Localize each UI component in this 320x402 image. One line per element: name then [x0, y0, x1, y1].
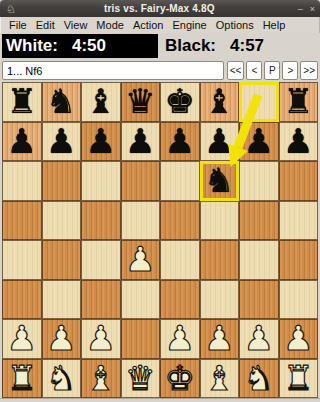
square-g1[interactable]: ♞ — [239, 359, 279, 399]
black-king: ♚ — [165, 82, 195, 121]
black-clock-label: Black: — [165, 36, 216, 56]
square-a4[interactable] — [2, 240, 42, 280]
window-bottom-border — [0, 398, 320, 402]
white-knight: ♞ — [46, 359, 76, 398]
square-a5[interactable] — [2, 201, 42, 241]
menu-edit[interactable]: Edit — [36, 19, 55, 31]
square-c3[interactable] — [81, 280, 121, 320]
square-a7[interactable]: ♟ — [2, 122, 42, 162]
square-b5[interactable] — [42, 201, 82, 241]
rewind-to-start-button[interactable]: << — [227, 61, 245, 80]
square-h5[interactable] — [279, 201, 319, 241]
white-clock-label: White: — [6, 36, 58, 56]
square-e7[interactable]: ♟ — [160, 122, 200, 162]
square-f7[interactable]: ♟ — [200, 122, 240, 162]
square-f2[interactable]: ♟ — [200, 319, 240, 359]
square-g7[interactable]: ♟ — [239, 122, 279, 162]
black-pawn: ♟ — [86, 122, 116, 161]
square-e4[interactable] — [160, 240, 200, 280]
menu-options[interactable]: Options — [216, 19, 254, 31]
black-pawn: ♟ — [244, 122, 274, 161]
square-d5[interactable] — [121, 201, 161, 241]
menu-view[interactable]: View — [64, 19, 88, 31]
square-h8[interactable]: ♜ — [279, 82, 319, 122]
square-c6[interactable] — [81, 161, 121, 201]
menu-engine[interactable]: Engine — [172, 19, 206, 31]
square-b4[interactable] — [42, 240, 82, 280]
title-bar: ♘ tris vs. Fairy-Max 4.8Q – × — [0, 0, 320, 17]
white-queen: ♛ — [125, 359, 155, 398]
square-g3[interactable] — [239, 280, 279, 320]
white-king: ♚ — [165, 359, 195, 398]
window-title: tris vs. Fairy-Max 4.8Q — [21, 3, 298, 14]
white-pawn: ♟ — [7, 319, 37, 358]
square-c5[interactable] — [81, 201, 121, 241]
square-a8[interactable]: ♜ — [2, 82, 42, 122]
black-rook: ♜ — [283, 82, 313, 121]
square-g4[interactable] — [239, 240, 279, 280]
square-d3[interactable] — [121, 280, 161, 320]
square-h3[interactable] — [279, 280, 319, 320]
white-rook: ♜ — [283, 359, 313, 398]
square-g5[interactable] — [239, 201, 279, 241]
board-area: ♜♞♝♛♚♝♜♟♟♟♟♟♟♟♟♞♟♟♟♟♟♟♟♟♜♞♝♛♚♝♞♜ — [2, 82, 318, 398]
square-d7[interactable]: ♟ — [121, 122, 161, 162]
black-rook: ♜ — [7, 82, 37, 121]
white-bishop: ♝ — [86, 359, 116, 398]
white-bishop: ♝ — [204, 359, 234, 398]
black-pawn: ♟ — [46, 122, 76, 161]
white-pawn: ♟ — [283, 319, 313, 358]
square-f3[interactable] — [200, 280, 240, 320]
square-b3[interactable] — [42, 280, 82, 320]
black-pawn: ♟ — [165, 122, 195, 161]
white-pawn: ♟ — [165, 319, 195, 358]
square-a2[interactable]: ♟ — [2, 319, 42, 359]
white-clock: White: 4:50 — [2, 34, 158, 58]
clock-row: White: 4:50 Black: 4:57 — [0, 33, 320, 59]
step-forward-button[interactable]: > — [282, 61, 298, 80]
menu-mode[interactable]: Mode — [96, 19, 124, 31]
square-e1[interactable]: ♚ — [160, 359, 200, 399]
move-text-field[interactable]: 1... Nf6 — [2, 61, 224, 80]
chess-board: ♜♞♝♛♚♝♜♟♟♟♟♟♟♟♟♞♟♟♟♟♟♟♟♟♜♞♝♛♚♝♞♜ — [2, 82, 318, 398]
square-h1[interactable]: ♜ — [279, 359, 319, 399]
square-c2[interactable]: ♟ — [81, 319, 121, 359]
black-knight: ♞ — [204, 161, 234, 200]
black-clock: Black: 4:57 — [158, 34, 264, 58]
square-f1[interactable]: ♝ — [200, 359, 240, 399]
square-b2[interactable]: ♟ — [42, 319, 82, 359]
white-rook: ♜ — [7, 359, 37, 398]
white-pawn: ♟ — [204, 319, 234, 358]
black-pawn: ♟ — [283, 122, 313, 161]
app-knight-icon: ♘ — [5, 3, 17, 15]
pause-button[interactable]: P — [264, 61, 280, 80]
black-clock-time: 4:57 — [230, 36, 264, 56]
minimize-button[interactable]: – — [298, 4, 303, 14]
square-g6[interactable] — [239, 161, 279, 201]
black-bishop: ♝ — [86, 82, 116, 121]
square-h6[interactable] — [279, 161, 319, 201]
square-g8[interactable] — [239, 82, 279, 122]
black-bishop: ♝ — [204, 82, 234, 121]
square-b8[interactable]: ♞ — [42, 82, 82, 122]
square-a6[interactable] — [2, 161, 42, 201]
black-queen: ♛ — [125, 82, 155, 121]
square-c8[interactable]: ♝ — [81, 82, 121, 122]
square-h4[interactable] — [279, 240, 319, 280]
square-f6[interactable]: ♞ — [200, 161, 240, 201]
white-clock-time: 4:50 — [72, 36, 106, 56]
close-button[interactable]: × — [310, 4, 315, 14]
step-back-button[interactable]: < — [246, 61, 262, 80]
square-a1[interactable]: ♜ — [2, 359, 42, 399]
menu-file[interactable]: File — [9, 19, 27, 31]
square-e5[interactable] — [160, 201, 200, 241]
square-d6[interactable] — [121, 161, 161, 201]
white-pawn: ♟ — [46, 319, 76, 358]
square-b1[interactable]: ♞ — [42, 359, 82, 399]
square-e6[interactable] — [160, 161, 200, 201]
menu-help[interactable]: Help — [263, 19, 286, 31]
square-g2[interactable]: ♟ — [239, 319, 279, 359]
square-c7[interactable]: ♟ — [81, 122, 121, 162]
square-f8[interactable]: ♝ — [200, 82, 240, 122]
square-c4[interactable] — [81, 240, 121, 280]
square-a3[interactable] — [2, 280, 42, 320]
square-b7[interactable]: ♟ — [42, 122, 82, 162]
black-knight: ♞ — [46, 82, 76, 121]
black-pawn: ♟ — [7, 122, 37, 161]
black-pawn: ♟ — [204, 122, 234, 161]
fast-forward-button[interactable]: >> — [300, 61, 318, 80]
move-nav-row: 1... Nf6 << < P > >> — [0, 59, 320, 82]
square-e8[interactable]: ♚ — [160, 82, 200, 122]
menu-bar: File Edit View Mode Action Engine Option… — [0, 17, 320, 33]
white-pawn: ♟ — [86, 319, 116, 358]
white-knight: ♞ — [244, 359, 274, 398]
square-d1[interactable]: ♛ — [121, 359, 161, 399]
square-h7[interactable]: ♟ — [279, 122, 319, 162]
square-c1[interactable]: ♝ — [81, 359, 121, 399]
square-e2[interactable]: ♟ — [160, 319, 200, 359]
menu-action[interactable]: Action — [133, 19, 164, 31]
black-pawn: ♟ — [125, 122, 155, 161]
square-d2[interactable] — [121, 319, 161, 359]
square-d4[interactable]: ♟ — [121, 240, 161, 280]
white-pawn: ♟ — [244, 319, 274, 358]
white-pawn: ♟ — [125, 240, 155, 279]
square-e3[interactable] — [160, 280, 200, 320]
xboard-window: ♘ tris vs. Fairy-Max 4.8Q – × File Edit … — [0, 0, 320, 402]
square-f4[interactable] — [200, 240, 240, 280]
square-f5[interactable] — [200, 201, 240, 241]
square-d8[interactable]: ♛ — [121, 82, 161, 122]
square-b6[interactable] — [42, 161, 82, 201]
square-h2[interactable]: ♟ — [279, 319, 319, 359]
